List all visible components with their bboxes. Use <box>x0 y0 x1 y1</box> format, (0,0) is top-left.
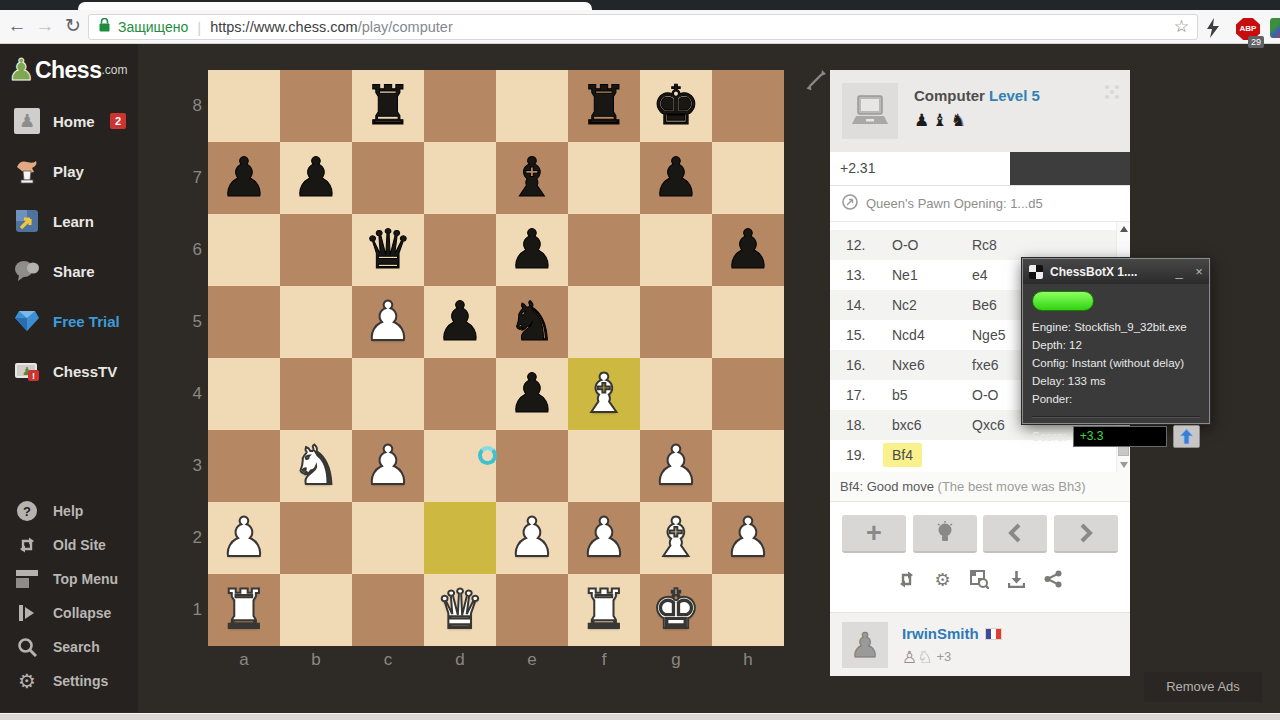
sidebar-item-label: Top Menu <box>53 571 118 587</box>
sidebar-item-top-menu[interactable]: Top Menu <box>0 562 138 596</box>
file-label-h: h <box>712 650 784 670</box>
minimize-button[interactable]: _ <box>1169 264 1189 279</box>
square-f8[interactable]: ♜ <box>568 70 640 142</box>
move-black[interactable]: Rc8 <box>972 237 1116 253</box>
square-f4[interactable]: ♝ <box>568 358 640 430</box>
piece-white-pawn[interactable]: ♟ <box>352 430 424 502</box>
rank-label-5: 5 <box>182 286 202 358</box>
move-row-12: 12.O-ORc8 <box>830 230 1116 260</box>
square-e3[interactable] <box>496 430 568 502</box>
browser-active-tab[interactable] <box>78 2 592 10</box>
square-h3[interactable] <box>712 430 784 502</box>
square-c5[interactable]: ♟ <box>352 286 424 358</box>
opponent-name[interactable]: Computer Level 5 <box>914 87 1040 104</box>
lock-icon <box>99 18 110 36</box>
back-button[interactable]: ← <box>4 13 30 39</box>
square-a3[interactable] <box>208 430 280 502</box>
sidebar-item-play[interactable]: Play <box>0 146 138 196</box>
url-path: /play/computer <box>358 19 453 35</box>
piece-white-pawn[interactable]: ♟ <box>568 502 640 574</box>
rank-label-3: 3 <box>182 430 202 502</box>
lightning-extension-icon[interactable] <box>1206 18 1220 42</box>
share-icon[interactable] <box>1044 570 1062 593</box>
piece-black-queen[interactable]: ♛ <box>352 214 424 286</box>
gear-icon: ⚙ <box>14 668 40 694</box>
square-h7[interactable] <box>712 142 784 214</box>
square-b3[interactable]: ♞ <box>280 430 352 502</box>
sidebar-item-label: Free Trial <box>53 313 120 330</box>
speech-bubbles-icon <box>14 258 40 284</box>
move-white[interactable]: b5 <box>892 387 972 403</box>
remove-ads-button[interactable]: Remove Ads <box>1144 672 1262 702</box>
move-white[interactable]: O-O <box>892 237 972 253</box>
chessbotx-window[interactable]: ChessBotX 1.... _ × Engine: Stockfish_9_… <box>1022 258 1210 424</box>
square-e1[interactable] <box>496 574 568 646</box>
piece-black-rook[interactable]: ♜ <box>352 70 424 142</box>
square-b8[interactable] <box>280 70 352 142</box>
score-submit-button[interactable] <box>1173 425 1200 448</box>
scroll-up-arrow-icon[interactable] <box>1120 226 1128 232</box>
move-white[interactable]: Nxe6 <box>892 357 972 373</box>
square-f2[interactable]: ♟ <box>568 502 640 574</box>
engine-ponder: Ponder: <box>1032 390 1200 408</box>
next-move-button[interactable] <box>1054 515 1118 553</box>
square-b1[interactable] <box>280 574 352 646</box>
square-g5[interactable] <box>640 286 712 358</box>
annotation-detail: (The best move was Bh3) <box>934 479 1086 494</box>
player-card: ♟ IrwinSmith ♙♘+3 <box>830 612 1130 676</box>
square-g6[interactable] <box>640 214 712 286</box>
opening-name: Queen's Pawn Opening: 1...d5 <box>866 196 1043 211</box>
piece-white-rook[interactable]: ♜ <box>568 574 640 646</box>
move-white[interactable]: Ncd4 <box>892 327 972 343</box>
piece-black-knight[interactable]: ♞ <box>496 286 568 358</box>
chevron-right-icon <box>1079 523 1093 543</box>
evaluation-black-portion <box>1010 152 1130 185</box>
browser-tab-strip <box>0 0 1280 10</box>
square-c1[interactable] <box>352 574 424 646</box>
score-label: Score: <box>1032 430 1067 444</box>
rank-label-4: 4 <box>182 358 202 430</box>
square-a7[interactable]: ♟ <box>208 142 280 214</box>
opponent-card: Computer Level 5 ♟♝♞ <box>830 70 1130 152</box>
square-c2[interactable] <box>352 502 424 574</box>
swap-arrows-icon <box>14 532 40 558</box>
france-flag-icon <box>985 628 1002 640</box>
square-h4[interactable] <box>712 358 784 430</box>
piece-black-pawn[interactable]: ♟ <box>496 358 568 430</box>
square-f1[interactable]: ♜ <box>568 574 640 646</box>
piece-black-pawn[interactable]: ♟ <box>640 142 712 214</box>
previous-move-button[interactable] <box>983 515 1047 553</box>
opening-book-icon <box>842 194 858 214</box>
sidebar-item-search[interactable]: Search <box>0 630 138 664</box>
square-c6[interactable]: ♛ <box>352 214 424 286</box>
square-a6[interactable] <box>208 214 280 286</box>
chessbotx-logo-icon <box>1029 265 1043 279</box>
piece-white-bishop[interactable]: ♝ <box>640 502 712 574</box>
sidebar-item-help[interactable]: ? Help <box>0 494 138 528</box>
chess-board: ♜♜♚♟♟♝♟♛♟♟♟♟♞♟♝♞♟♟♟♟♟♝♟♜♛♜♚ <box>208 70 784 646</box>
chess-board-container: ♜♜♚♟♟♝♟♛♟♟♟♟♞♟♝♞♟♟♟♟♟♝♟♜♛♜♚ 87654321abcd… <box>208 70 784 646</box>
board-analysis-icon[interactable] <box>970 570 989 593</box>
logo-suffix: .com <box>101 63 127 77</box>
captured-pieces-white: ♙♘+3 <box>902 647 951 667</box>
file-label-b: b <box>280 650 352 670</box>
square-f6[interactable] <box>568 214 640 286</box>
piece-black-pawn[interactable]: ♟ <box>208 142 280 214</box>
url-domain: https://www.chess.com <box>210 19 357 35</box>
opening-row: Queen's Pawn Opening: 1...d5 <box>830 186 1130 222</box>
sidebar-item-label: ChessTV <box>53 363 117 380</box>
piece-black-pawn[interactable]: ♟ <box>424 286 496 358</box>
square-c3[interactable]: ♟ <box>352 430 424 502</box>
square-a5[interactable] <box>208 286 280 358</box>
piece-white-queen[interactable]: ♛ <box>424 574 496 646</box>
square-d6[interactable] <box>424 214 496 286</box>
piece-white-pawn[interactable]: ♟ <box>208 502 280 574</box>
engine-config: Config: Instant (without delay) <box>1032 354 1200 372</box>
square-e5[interactable]: ♞ <box>496 286 568 358</box>
magnifier-icon <box>14 634 40 660</box>
file-label-c: c <box>352 650 424 670</box>
evaluation-bar: +2.31 <box>830 152 1130 186</box>
square-e2[interactable]: ♟ <box>496 502 568 574</box>
square-a1[interactable]: ♜ <box>208 574 280 646</box>
square-g2[interactable]: ♝ <box>640 502 712 574</box>
engine-status-indicator[interactable] <box>1032 291 1094 311</box>
svg-text:!: ! <box>32 371 35 381</box>
browser-toolbar: ← → ↻ Защищено | https://www.chess.com/p… <box>0 10 1280 44</box>
square-c4[interactable] <box>352 358 424 430</box>
square-d3[interactable] <box>424 430 496 502</box>
new-game-button[interactable]: + <box>842 515 906 553</box>
square-h5[interactable] <box>712 286 784 358</box>
piece-black-pawn[interactable]: ♟ <box>496 214 568 286</box>
piece-black-bishop[interactable]: ♝ <box>496 142 568 214</box>
diamond-icon <box>14 308 40 334</box>
lightbulb-icon <box>937 521 953 545</box>
engine-name: Engine: Stockfish_9_32bit.exe <box>1032 318 1200 336</box>
move-number: 12. <box>846 237 880 253</box>
plus-icon: + <box>866 516 882 550</box>
square-a2[interactable]: ♟ <box>208 502 280 574</box>
sidebar-item-label: Old Site <box>53 537 106 553</box>
rank-label-6: 6 <box>182 214 202 286</box>
logo-pawn-icon: ♟ <box>8 55 35 85</box>
square-g3[interactable]: ♟ <box>640 430 712 502</box>
move-number: 18. <box>846 417 880 433</box>
engine-depth: Depth: 12 <box>1032 336 1200 354</box>
computer-avatar[interactable] <box>842 83 898 139</box>
captured-pieces-black: ♟♝♞ <box>914 110 969 130</box>
move-white[interactable]: Ne1 <box>892 267 972 283</box>
evaluation-score: +2.31 <box>830 152 1010 185</box>
square-b7[interactable]: ♟ <box>280 142 352 214</box>
sidebar-item-label: Home <box>53 113 95 130</box>
piece-black-pawn[interactable]: ♟ <box>712 214 784 286</box>
square-g1[interactable]: ♚ <box>640 574 712 646</box>
move-number: 17. <box>846 387 880 403</box>
square-g8[interactable]: ♚ <box>640 70 712 142</box>
square-e4[interactable]: ♟ <box>496 358 568 430</box>
square-b2[interactable] <box>280 502 352 574</box>
chevron-left-icon <box>1008 523 1022 543</box>
move-white[interactable]: Nc2 <box>892 297 972 313</box>
file-label-e: e <box>496 650 568 670</box>
square-f7[interactable] <box>568 142 640 214</box>
hint-button[interactable] <box>913 515 977 553</box>
piece-white-pawn[interactable]: ♟ <box>352 286 424 358</box>
panel-options-icon[interactable] <box>1104 84 1120 104</box>
square-c8[interactable]: ♜ <box>352 70 424 142</box>
chessbotx-titlebar[interactable]: ChessBotX 1.... _ × <box>1023 259 1209 284</box>
close-button[interactable]: × <box>1189 264 1209 279</box>
engine-delay: Delay: 133 ms <box>1032 372 1200 390</box>
sidebar-item-label: Learn <box>53 213 94 230</box>
move-number: 16. <box>846 357 880 373</box>
player-name[interactable]: IrwinSmith <box>902 625 1002 642</box>
square-g7[interactable]: ♟ <box>640 142 712 214</box>
square-d1[interactable]: ♛ <box>424 574 496 646</box>
file-label-f: f <box>568 650 640 670</box>
sidebar-item-collapse[interactable]: Collapse <box>0 596 138 630</box>
sidebar-item-label: Settings <box>53 673 108 689</box>
rank-label-7: 7 <box>182 142 202 214</box>
question-circle-icon: ? <box>14 498 40 524</box>
sidebar-item-share[interactable]: Share <box>0 246 138 296</box>
square-h8[interactable] <box>712 70 784 142</box>
square-d2[interactable] <box>424 502 496 574</box>
move-annotation: Bf4: Good move (The best move was Bh3) <box>830 472 1130 502</box>
svg-text:?: ? <box>23 504 31 519</box>
square-d5[interactable]: ♟ <box>424 286 496 358</box>
refresh-button[interactable]: ↻ <box>60 13 86 39</box>
logo-text: Chess <box>35 57 102 84</box>
url-separator: | <box>197 19 201 36</box>
sidebar-item-free-trial[interactable]: Free Trial <box>0 296 138 346</box>
sidebar-item-home[interactable]: ♟ Home 2 <box>0 96 138 146</box>
sidebar: ♟Chess.com ♟ Home 2 Play Learn Share Fre… <box>0 44 138 712</box>
square-a4[interactable] <box>208 358 280 430</box>
move-white[interactable]: Bf4 <box>892 447 972 463</box>
bookmark-star-icon[interactable]: ☆ <box>1174 16 1189 37</box>
move-number: 15. <box>846 327 880 343</box>
move-white[interactable]: bxc6 <box>892 417 972 433</box>
forward-button[interactable]: → <box>32 13 58 39</box>
square-b5[interactable] <box>280 286 352 358</box>
sidebar-spacer <box>0 396 138 494</box>
file-label-a: a <box>208 650 280 670</box>
square-f5[interactable] <box>568 286 640 358</box>
horizontal-scrollbar[interactable] <box>0 713 1280 720</box>
home-notification-badge: 2 <box>110 113 126 129</box>
download-icon[interactable] <box>1008 570 1025 593</box>
sidebar-item-label: Collapse <box>53 605 111 621</box>
scroll-down-arrow-icon[interactable] <box>1120 462 1128 468</box>
rank-label-2: 2 <box>182 502 202 574</box>
square-h6[interactable]: ♟ <box>712 214 784 286</box>
square-d8[interactable] <box>424 70 496 142</box>
file-label-g: g <box>640 650 712 670</box>
material-advantage: +3 <box>936 649 951 664</box>
chessbotx-title: ChessBotX 1.... <box>1050 265 1169 279</box>
piece-white-knight[interactable]: ♞ <box>280 430 352 502</box>
opponent-level: Level 5 <box>989 87 1040 104</box>
square-h1[interactable] <box>712 574 784 646</box>
up-arrow-icon <box>1180 429 1193 444</box>
square-e8[interactable] <box>496 70 568 142</box>
square-b6[interactable] <box>280 214 352 286</box>
piece-black-rook[interactable]: ♜ <box>568 70 640 142</box>
square-h2[interactable]: ♟ <box>712 502 784 574</box>
chesscom-logo[interactable]: ♟Chess.com <box>0 44 138 96</box>
square-c7[interactable] <box>352 142 424 214</box>
sidebar-item-label: Play <box>53 163 84 180</box>
loading-spinner-icon <box>478 446 497 465</box>
sidebar-item-settings[interactable]: ⚙ Settings <box>0 664 138 698</box>
analysis-controls: + ⚙ <box>830 502 1130 612</box>
flip-board-icon[interactable] <box>898 570 915 593</box>
sidebar-item-old-site[interactable]: Old Site <box>0 528 138 562</box>
sidebar-item-label: Search <box>53 639 100 655</box>
piece-white-pawn[interactable]: ♟ <box>640 430 712 502</box>
sidebar-item-label: Share <box>53 263 95 280</box>
piece-white-bishop[interactable]: ♝ <box>568 358 640 430</box>
sidebar-item-learn[interactable]: Learn <box>0 196 138 246</box>
window-menu-icon <box>14 566 40 592</box>
piece-white-king[interactable]: ♚ <box>640 574 712 646</box>
square-d4[interactable] <box>424 358 496 430</box>
board-resize-icon[interactable] <box>806 70 826 94</box>
extension-icon[interactable] <box>1270 18 1280 38</box>
tv-icon: ♟! <box>14 358 40 384</box>
rank-label-1: 1 <box>182 574 202 646</box>
pawn-avatar-icon: ♟ <box>14 108 40 134</box>
rank-label-8: 8 <box>182 70 202 142</box>
square-e6[interactable]: ♟ <box>496 214 568 286</box>
move-number: 19. <box>846 447 880 463</box>
piece-white-pawn[interactable]: ♟ <box>712 502 784 574</box>
move-number: 13. <box>846 267 880 283</box>
sidebar-item-chesstv[interactable]: ♟! ChessTV <box>0 346 138 396</box>
address-bar[interactable]: Защищено | https://www.chess.com/play/co… <box>88 14 1198 40</box>
security-label: Защищено <box>118 19 188 35</box>
square-g4[interactable] <box>640 358 712 430</box>
sidebar-item-label: Help <box>53 503 83 519</box>
piece-white-pawn[interactable]: ♟ <box>496 502 568 574</box>
arrow-up-square-icon <box>14 208 40 234</box>
piece-black-king[interactable]: ♚ <box>640 70 712 142</box>
laptop-icon <box>850 94 890 128</box>
piece-white-rook[interactable]: ♜ <box>208 574 280 646</box>
player-avatar[interactable]: ♟ <box>842 622 888 668</box>
square-a8[interactable] <box>208 70 280 142</box>
hand-knight-icon <box>14 158 40 184</box>
square-b4[interactable] <box>280 358 352 430</box>
gear-icon[interactable]: ⚙ <box>934 570 950 593</box>
collapse-left-icon <box>14 600 40 626</box>
square-e7[interactable]: ♝ <box>496 142 568 214</box>
square-d7[interactable] <box>424 142 496 214</box>
square-f3[interactable] <box>568 430 640 502</box>
adblock-badge: 29 <box>1248 36 1264 48</box>
annotation-move: Bf4: Good move <box>840 479 934 494</box>
file-label-d: d <box>424 650 496 670</box>
move-number: 14. <box>846 297 880 313</box>
score-input[interactable]: +3.3 <box>1073 426 1168 447</box>
piece-black-pawn[interactable]: ♟ <box>280 142 352 214</box>
